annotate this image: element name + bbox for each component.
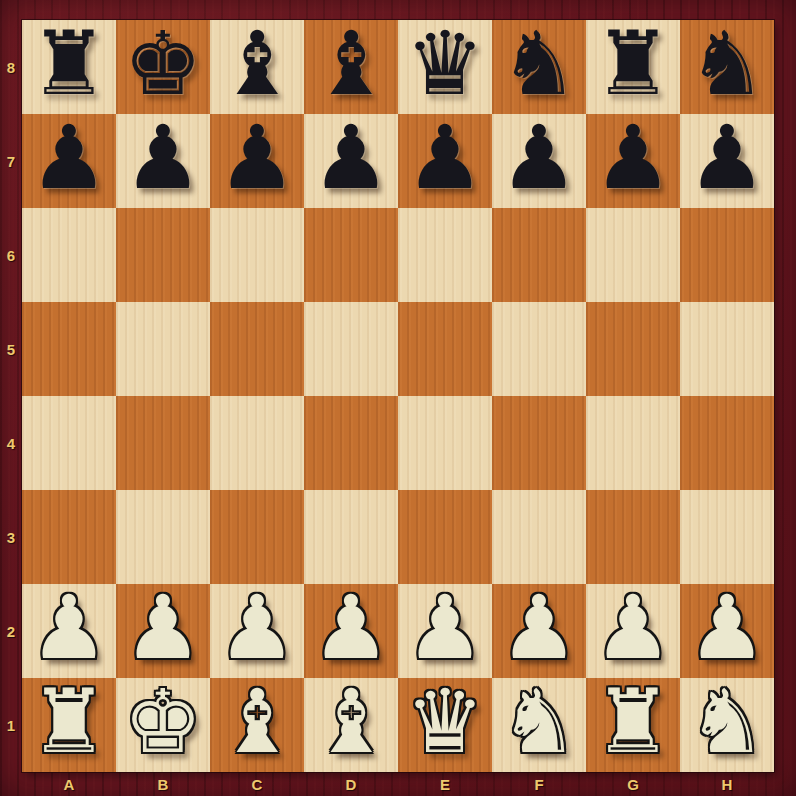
piece-white-king[interactable]: ♚ bbox=[124, 675, 203, 769]
square-e2[interactable]: ♟ bbox=[398, 584, 492, 678]
piece-white-pawn[interactable]: ♟ bbox=[30, 581, 109, 675]
square-g5[interactable] bbox=[586, 302, 680, 396]
square-f3[interactable] bbox=[492, 490, 586, 584]
square-f6[interactable] bbox=[492, 208, 586, 302]
rank-label-2: 2 bbox=[0, 584, 22, 678]
piece-white-pawn[interactable]: ♟ bbox=[406, 581, 485, 675]
square-b7[interactable]: ♟ bbox=[116, 114, 210, 208]
square-h7[interactable]: ♟ bbox=[680, 114, 774, 208]
square-a6[interactable] bbox=[22, 208, 116, 302]
piece-black-pawn[interactable]: ♟ bbox=[594, 111, 673, 205]
piece-black-pawn[interactable]: ♟ bbox=[124, 111, 203, 205]
square-c4[interactable] bbox=[210, 396, 304, 490]
piece-white-knight[interactable]: ♞ bbox=[688, 675, 767, 769]
square-b8[interactable]: ♚ bbox=[116, 20, 210, 114]
square-e5[interactable] bbox=[398, 302, 492, 396]
square-e1[interactable]: ♛ bbox=[398, 678, 492, 772]
square-b6[interactable] bbox=[116, 208, 210, 302]
rank-label-6: 6 bbox=[0, 208, 22, 302]
square-c7[interactable]: ♟ bbox=[210, 114, 304, 208]
square-c5[interactable] bbox=[210, 302, 304, 396]
square-d5[interactable] bbox=[304, 302, 398, 396]
square-a7[interactable]: ♟ bbox=[22, 114, 116, 208]
square-g4[interactable] bbox=[586, 396, 680, 490]
square-d6[interactable] bbox=[304, 208, 398, 302]
piece-black-rook[interactable]: ♜ bbox=[30, 17, 109, 111]
square-h3[interactable] bbox=[680, 490, 774, 584]
piece-white-pawn[interactable]: ♟ bbox=[218, 581, 297, 675]
piece-black-pawn[interactable]: ♟ bbox=[500, 111, 579, 205]
square-f7[interactable]: ♟ bbox=[492, 114, 586, 208]
square-b1[interactable]: ♚ bbox=[116, 678, 210, 772]
piece-white-bishop[interactable]: ♝ bbox=[218, 675, 297, 769]
square-c1[interactable]: ♝ bbox=[210, 678, 304, 772]
square-a4[interactable] bbox=[22, 396, 116, 490]
piece-white-pawn[interactable]: ♟ bbox=[312, 581, 391, 675]
piece-black-king[interactable]: ♚ bbox=[124, 17, 203, 111]
piece-black-queen[interactable]: ♛ bbox=[406, 17, 485, 111]
square-c6[interactable] bbox=[210, 208, 304, 302]
square-g3[interactable] bbox=[586, 490, 680, 584]
square-b5[interactable] bbox=[116, 302, 210, 396]
square-a3[interactable] bbox=[22, 490, 116, 584]
piece-black-bishop[interactable]: ♝ bbox=[218, 17, 297, 111]
piece-black-knight[interactable]: ♞ bbox=[688, 17, 767, 111]
rank-label-4: 4 bbox=[0, 396, 22, 490]
rank-label-8: 8 bbox=[0, 20, 22, 114]
piece-black-pawn[interactable]: ♟ bbox=[406, 111, 485, 205]
square-b2[interactable]: ♟ bbox=[116, 584, 210, 678]
square-c2[interactable]: ♟ bbox=[210, 584, 304, 678]
square-h8[interactable]: ♞ bbox=[680, 20, 774, 114]
square-h2[interactable]: ♟ bbox=[680, 584, 774, 678]
rank-label-5: 5 bbox=[0, 302, 22, 396]
file-label-c: C bbox=[210, 772, 304, 796]
piece-black-pawn[interactable]: ♟ bbox=[312, 111, 391, 205]
square-f2[interactable]: ♟ bbox=[492, 584, 586, 678]
piece-black-bishop[interactable]: ♝ bbox=[312, 17, 391, 111]
piece-white-rook[interactable]: ♜ bbox=[30, 675, 109, 769]
square-g6[interactable] bbox=[586, 208, 680, 302]
square-d4[interactable] bbox=[304, 396, 398, 490]
square-g1[interactable]: ♜ bbox=[586, 678, 680, 772]
file-label-a: A bbox=[22, 772, 116, 796]
piece-black-rook[interactable]: ♜ bbox=[594, 17, 673, 111]
square-f1[interactable]: ♞ bbox=[492, 678, 586, 772]
square-a8[interactable]: ♜ bbox=[22, 20, 116, 114]
file-labels: ABCDEFGH bbox=[22, 772, 774, 796]
file-label-d: D bbox=[304, 772, 398, 796]
square-c8[interactable]: ♝ bbox=[210, 20, 304, 114]
rank-label-7: 7 bbox=[0, 114, 22, 208]
piece-black-pawn[interactable]: ♟ bbox=[218, 111, 297, 205]
piece-white-rook[interactable]: ♜ bbox=[594, 675, 673, 769]
square-g7[interactable]: ♟ bbox=[586, 114, 680, 208]
piece-black-pawn[interactable]: ♟ bbox=[30, 111, 109, 205]
square-b4[interactable] bbox=[116, 396, 210, 490]
square-h5[interactable] bbox=[680, 302, 774, 396]
square-d3[interactable] bbox=[304, 490, 398, 584]
piece-white-pawn[interactable]: ♟ bbox=[688, 581, 767, 675]
piece-black-pawn[interactable]: ♟ bbox=[688, 111, 767, 205]
file-label-e: E bbox=[398, 772, 492, 796]
piece-white-pawn[interactable]: ♟ bbox=[594, 581, 673, 675]
piece-white-pawn[interactable]: ♟ bbox=[124, 581, 203, 675]
square-d1[interactable]: ♝ bbox=[304, 678, 398, 772]
square-e7[interactable]: ♟ bbox=[398, 114, 492, 208]
square-d7[interactable]: ♟ bbox=[304, 114, 398, 208]
square-d8[interactable]: ♝ bbox=[304, 20, 398, 114]
piece-white-pawn[interactable]: ♟ bbox=[500, 581, 579, 675]
piece-black-knight[interactable]: ♞ bbox=[500, 17, 579, 111]
file-label-g: G bbox=[586, 772, 680, 796]
square-e8[interactable]: ♛ bbox=[398, 20, 492, 114]
square-h4[interactable] bbox=[680, 396, 774, 490]
square-h1[interactable]: ♞ bbox=[680, 678, 774, 772]
piece-white-knight[interactable]: ♞ bbox=[500, 675, 579, 769]
square-h6[interactable] bbox=[680, 208, 774, 302]
square-f5[interactable] bbox=[492, 302, 586, 396]
square-g8[interactable]: ♜ bbox=[586, 20, 680, 114]
square-a1[interactable]: ♜ bbox=[22, 678, 116, 772]
piece-white-queen[interactable]: ♛ bbox=[406, 675, 485, 769]
square-f4[interactable] bbox=[492, 396, 586, 490]
file-label-h: H bbox=[680, 772, 774, 796]
file-label-f: F bbox=[492, 772, 586, 796]
rank-labels: 87654321 bbox=[0, 20, 22, 772]
rank-label-3: 3 bbox=[0, 490, 22, 584]
square-e6[interactable] bbox=[398, 208, 492, 302]
rank-label-1: 1 bbox=[0, 678, 22, 772]
square-d2[interactable]: ♟ bbox=[304, 584, 398, 678]
square-e4[interactable] bbox=[398, 396, 492, 490]
file-label-b: B bbox=[116, 772, 210, 796]
square-a5[interactable] bbox=[22, 302, 116, 396]
square-f8[interactable]: ♞ bbox=[492, 20, 586, 114]
square-a2[interactable]: ♟ bbox=[22, 584, 116, 678]
square-e3[interactable] bbox=[398, 490, 492, 584]
piece-white-bishop[interactable]: ♝ bbox=[312, 675, 391, 769]
square-b3[interactable] bbox=[116, 490, 210, 584]
square-c3[interactable] bbox=[210, 490, 304, 584]
square-g2[interactable]: ♟ bbox=[586, 584, 680, 678]
chess-board: ♜♚♝♝♛♞♜♞♟♟♟♟♟♟♟♟♟♟♟♟♟♟♟♟♜♚♝♝♛♞♜♞ bbox=[22, 20, 774, 772]
